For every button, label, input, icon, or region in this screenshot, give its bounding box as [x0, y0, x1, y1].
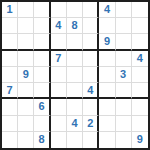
cell-r3c4[interactable] — [51, 34, 67, 50]
cell-r6c5[interactable] — [67, 83, 83, 99]
cell-r4c5[interactable] — [67, 51, 83, 67]
cell-r3c3[interactable] — [34, 34, 50, 50]
cell-r9c8[interactable] — [116, 132, 132, 148]
cell-r2c1[interactable] — [2, 18, 18, 34]
cell-r3c5[interactable] — [67, 34, 83, 50]
cell-r1c2[interactable] — [18, 2, 34, 18]
cell-r6c3[interactable] — [34, 83, 50, 99]
cell-r7c6[interactable] — [83, 99, 99, 115]
cell-r7c7[interactable] — [99, 99, 115, 115]
cell-r3c9[interactable] — [132, 34, 148, 50]
cell-r4c9[interactable]: 4 — [132, 51, 148, 67]
cell-r6c7[interactable] — [99, 83, 115, 99]
cell-r2c6[interactable] — [83, 18, 99, 34]
cell-r4c8[interactable] — [116, 51, 132, 67]
cell-r5c9[interactable] — [132, 67, 148, 83]
cell-r8c3[interactable] — [34, 116, 50, 132]
cell-r3c7[interactable]: 9 — [99, 34, 115, 50]
cell-r2c9[interactable] — [132, 18, 148, 34]
cell-r6c9[interactable] — [132, 83, 148, 99]
cell-r1c7[interactable]: 4 — [99, 2, 115, 18]
cell-r8c2[interactable] — [18, 116, 34, 132]
cell-r2c5[interactable]: 8 — [67, 18, 83, 34]
cell-r2c7[interactable] — [99, 18, 115, 34]
cell-r5c2[interactable]: 9 — [18, 67, 34, 83]
cell-r8c1[interactable] — [2, 116, 18, 132]
cell-r9c2[interactable] — [18, 132, 34, 148]
cell-r8c4[interactable] — [51, 116, 67, 132]
cell-r4c4[interactable]: 7 — [51, 51, 67, 67]
cell-r7c5[interactable] — [67, 99, 83, 115]
cell-r7c3[interactable]: 6 — [34, 99, 50, 115]
cell-r4c6[interactable] — [83, 51, 99, 67]
cell-r4c7[interactable] — [99, 51, 115, 67]
cell-r2c3[interactable] — [34, 18, 50, 34]
cell-r6c6[interactable]: 4 — [83, 83, 99, 99]
cell-r7c1[interactable] — [2, 99, 18, 115]
cell-r6c2[interactable] — [18, 83, 34, 99]
cell-r9c4[interactable] — [51, 132, 67, 148]
sudoku-board: 1448974937464289 — [0, 0, 150, 150]
cell-r4c1[interactable] — [2, 51, 18, 67]
cell-r9c3[interactable]: 8 — [34, 132, 50, 148]
cell-r6c8[interactable] — [116, 83, 132, 99]
cell-r7c8[interactable] — [116, 99, 132, 115]
cell-r9c1[interactable] — [2, 132, 18, 148]
cell-r5c8[interactable]: 3 — [116, 67, 132, 83]
cell-r5c5[interactable] — [67, 67, 83, 83]
cell-r4c3[interactable] — [34, 51, 50, 67]
cell-r9c9[interactable]: 9 — [132, 132, 148, 148]
cell-r8c8[interactable] — [116, 116, 132, 132]
cell-r1c8[interactable] — [116, 2, 132, 18]
cell-r7c2[interactable] — [18, 99, 34, 115]
cell-r4c2[interactable] — [18, 51, 34, 67]
cell-r1c9[interactable] — [132, 2, 148, 18]
cell-r7c9[interactable] — [132, 99, 148, 115]
cell-r8c5[interactable]: 4 — [67, 116, 83, 132]
cell-r5c1[interactable] — [2, 67, 18, 83]
cell-r5c7[interactable] — [99, 67, 115, 83]
cell-r9c7[interactable] — [99, 132, 115, 148]
cell-r9c6[interactable] — [83, 132, 99, 148]
cell-r1c5[interactable] — [67, 2, 83, 18]
cell-r8c9[interactable] — [132, 116, 148, 132]
cell-r3c6[interactable] — [83, 34, 99, 50]
cell-r2c2[interactable] — [18, 18, 34, 34]
cell-r6c4[interactable] — [51, 83, 67, 99]
cell-r7c4[interactable] — [51, 99, 67, 115]
cell-r1c4[interactable] — [51, 2, 67, 18]
cell-r6c1[interactable]: 7 — [2, 83, 18, 99]
cell-r2c4[interactable]: 4 — [51, 18, 67, 34]
cell-r8c7[interactable] — [99, 116, 115, 132]
cell-r9c5[interactable] — [67, 132, 83, 148]
cell-r3c8[interactable] — [116, 34, 132, 50]
cell-r5c6[interactable] — [83, 67, 99, 83]
cell-r8c6[interactable]: 2 — [83, 116, 99, 132]
cell-r1c3[interactable] — [34, 2, 50, 18]
cell-r5c4[interactable] — [51, 67, 67, 83]
cell-r1c1[interactable]: 1 — [2, 2, 18, 18]
cell-r2c8[interactable] — [116, 18, 132, 34]
cell-r3c1[interactable] — [2, 34, 18, 50]
cell-r5c3[interactable] — [34, 67, 50, 83]
cell-r1c6[interactable] — [83, 2, 99, 18]
cell-r3c2[interactable] — [18, 34, 34, 50]
